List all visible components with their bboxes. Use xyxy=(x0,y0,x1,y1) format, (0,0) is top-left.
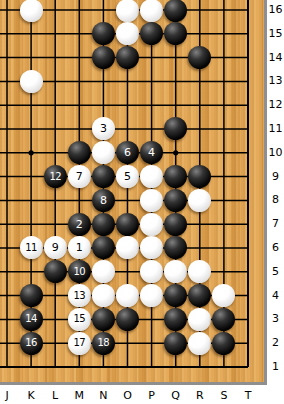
row-coordinate-label-15: 15 xyxy=(267,26,284,42)
column-coordinate-label-O: O xyxy=(120,389,136,403)
board-point-K11[interactable] xyxy=(19,117,43,141)
board-point-N11[interactable]: 3 xyxy=(91,117,115,141)
white-stone-O6[interactable] xyxy=(116,236,139,259)
black-stone-N2[interactable]: 18 xyxy=(92,332,115,355)
white-stone-R2[interactable] xyxy=(188,332,211,355)
board-point-M12[interactable] xyxy=(67,93,91,117)
black-stone-R14[interactable] xyxy=(188,46,211,69)
board-point-S9[interactable] xyxy=(212,165,236,189)
board-point-K2[interactable]: 16 xyxy=(19,331,43,355)
board-point-J10[interactable] xyxy=(0,141,19,165)
move-number-label: 15 xyxy=(74,314,86,324)
board-point-K10[interactable] xyxy=(19,141,43,165)
board-point-P15[interactable] xyxy=(140,22,164,46)
white-stone-P5[interactable] xyxy=(140,260,163,283)
board-point-N9[interactable] xyxy=(91,165,115,189)
black-stone-Q6[interactable] xyxy=(164,236,187,259)
board-point-O11[interactable] xyxy=(115,117,139,141)
board-point-S16[interactable] xyxy=(212,0,236,22)
black-stone-Q3[interactable] xyxy=(164,308,187,331)
board-point-J14[interactable] xyxy=(0,46,19,70)
board-point-J9[interactable] xyxy=(0,165,19,189)
black-stone-O14[interactable] xyxy=(116,46,139,69)
board-point-K1[interactable] xyxy=(19,355,43,379)
board-point-J15[interactable] xyxy=(0,22,19,46)
white-stone-R5[interactable] xyxy=(188,260,211,283)
board-point-P11[interactable] xyxy=(140,117,164,141)
board-point-J6[interactable] xyxy=(0,236,19,260)
board-point-O2[interactable] xyxy=(115,331,139,355)
board-point-N3[interactable] xyxy=(91,307,115,331)
board-point-O16[interactable] xyxy=(115,0,139,22)
board-point-S2[interactable] xyxy=(212,331,236,355)
black-stone-N15[interactable] xyxy=(92,22,115,45)
black-stone-S3[interactable] xyxy=(212,308,235,331)
board-point-N10[interactable] xyxy=(91,141,115,165)
row-coordinate-label-3: 3 xyxy=(267,311,284,327)
move-number-label: 13 xyxy=(74,291,86,301)
board-point-L1[interactable] xyxy=(43,355,67,379)
black-stone-S2[interactable] xyxy=(212,332,235,355)
board-point-K3[interactable]: 14 xyxy=(19,307,43,331)
white-stone-M4[interactable]: 13 xyxy=(68,284,91,307)
board-point-Q6[interactable] xyxy=(164,236,188,260)
board-point-Q4[interactable] xyxy=(164,284,188,308)
white-stone-P7[interactable] xyxy=(140,213,163,236)
board-point-O13[interactable] xyxy=(115,70,139,94)
board-point-R4[interactable] xyxy=(188,284,212,308)
white-stone-N11[interactable]: 3 xyxy=(92,117,115,140)
board-point-K6[interactable]: 11 xyxy=(19,236,43,260)
white-stone-M2[interactable]: 17 xyxy=(68,332,91,355)
black-stone-M10[interactable] xyxy=(68,141,91,164)
board-point-Q1[interactable] xyxy=(164,355,188,379)
board-point-O14[interactable] xyxy=(115,46,139,70)
board-point-T5[interactable] xyxy=(236,260,260,284)
go-diagram: 364127582119110131415161718 161514131211… xyxy=(0,0,284,404)
board-point-L5[interactable] xyxy=(43,260,67,284)
board-point-M14[interactable] xyxy=(67,46,91,70)
black-stone-K2[interactable]: 16 xyxy=(20,332,43,355)
column-coordinate-label-M: M xyxy=(71,389,87,403)
board-point-S5[interactable] xyxy=(212,260,236,284)
black-stone-Q15[interactable] xyxy=(164,22,187,45)
board-point-N1[interactable] xyxy=(91,355,115,379)
board-point-L8[interactable] xyxy=(43,188,67,212)
board-point-S6[interactable] xyxy=(212,236,236,260)
column-coordinate-label-P: P xyxy=(144,389,160,403)
board-point-N14[interactable] xyxy=(91,46,115,70)
move-number-label: 7 xyxy=(76,171,83,182)
board-point-J1[interactable] xyxy=(0,355,19,379)
board-point-R1[interactable] xyxy=(188,355,212,379)
white-stone-O16[interactable] xyxy=(116,0,139,22)
black-stone-R4[interactable] xyxy=(188,284,211,307)
board-point-N16[interactable] xyxy=(91,0,115,22)
black-stone-Q9[interactable] xyxy=(164,165,187,188)
board-point-J3[interactable] xyxy=(0,307,19,331)
board-point-Q14[interactable] xyxy=(164,46,188,70)
black-stone-O3[interactable] xyxy=(116,308,139,331)
board-point-L14[interactable] xyxy=(43,46,67,70)
move-number-label: 6 xyxy=(124,147,131,158)
white-stone-M9[interactable]: 7 xyxy=(68,165,91,188)
board-point-O15[interactable] xyxy=(115,22,139,46)
black-stone-M5[interactable]: 10 xyxy=(68,260,91,283)
board-point-P14[interactable] xyxy=(140,46,164,70)
black-stone-L9[interactable]: 12 xyxy=(44,165,67,188)
board-point-N15[interactable] xyxy=(91,22,115,46)
board-point-K14[interactable] xyxy=(19,46,43,70)
board-point-R8[interactable] xyxy=(188,188,212,212)
board-point-S15[interactable] xyxy=(212,22,236,46)
board-point-T15[interactable] xyxy=(236,22,260,46)
black-stone-K3[interactable]: 14 xyxy=(20,308,43,331)
board-point-T6[interactable] xyxy=(236,236,260,260)
move-number-label: 16 xyxy=(25,338,37,348)
board-point-O9[interactable]: 5 xyxy=(115,165,139,189)
board-point-S10[interactable] xyxy=(212,141,236,165)
board-point-L7[interactable] xyxy=(43,212,67,236)
board-point-T2[interactable] xyxy=(236,331,260,355)
board-point-R3[interactable] xyxy=(188,307,212,331)
white-stone-P16[interactable] xyxy=(140,0,163,22)
white-stone-Q5[interactable] xyxy=(164,260,187,283)
board-point-J11[interactable] xyxy=(0,117,19,141)
column-coordinate-label-L: L xyxy=(47,389,63,403)
board-point-Q7[interactable] xyxy=(164,212,188,236)
board-point-R13[interactable] xyxy=(188,70,212,94)
board-point-J13[interactable] xyxy=(0,70,19,94)
board-point-T13[interactable] xyxy=(236,70,260,94)
board-point-N5[interactable] xyxy=(91,260,115,284)
board-point-P9[interactable] xyxy=(140,165,164,189)
board-point-J16[interactable] xyxy=(0,0,19,22)
board-point-K7[interactable] xyxy=(19,212,43,236)
board-point-K9[interactable] xyxy=(19,165,43,189)
black-stone-O7[interactable] xyxy=(116,213,139,236)
board-point-J4[interactable] xyxy=(0,284,19,308)
board-point-R5[interactable] xyxy=(188,260,212,284)
column-coordinates: JKLMNOPQRST xyxy=(0,385,267,404)
board-point-S12[interactable] xyxy=(212,93,236,117)
board-point-K4[interactable] xyxy=(19,284,43,308)
board-point-K15[interactable] xyxy=(19,22,43,46)
black-stone-N7[interactable] xyxy=(92,213,115,236)
board-point-R14[interactable] xyxy=(188,46,212,70)
board-point-O10[interactable]: 6 xyxy=(115,141,139,165)
white-stone-L6[interactable]: 9 xyxy=(44,236,67,259)
black-stone-Q2[interactable] xyxy=(164,332,187,355)
board-point-J8[interactable] xyxy=(0,188,19,212)
board-point-O4[interactable] xyxy=(115,284,139,308)
black-stone-Q16[interactable] xyxy=(164,0,187,22)
board-point-P4[interactable] xyxy=(140,284,164,308)
board-point-S14[interactable] xyxy=(212,46,236,70)
white-stone-R3[interactable] xyxy=(188,308,211,331)
column-coordinate-label-K: K xyxy=(23,389,39,403)
white-stone-P6[interactable] xyxy=(140,236,163,259)
row-coordinates: 16151413121110987654321 xyxy=(267,0,284,404)
column-coordinate-label-T: T xyxy=(240,389,256,403)
row-coordinate-label-14: 14 xyxy=(267,50,284,66)
move-number-label: 17 xyxy=(74,338,86,348)
black-stone-P10[interactable]: 4 xyxy=(140,141,163,164)
move-number-label: 4 xyxy=(148,147,155,158)
black-stone-N3[interactable] xyxy=(92,308,115,331)
move-number-label: 9 xyxy=(52,242,59,253)
black-stone-P15[interactable] xyxy=(140,22,163,45)
board-point-O5[interactable] xyxy=(115,260,139,284)
board-point-T7[interactable] xyxy=(236,212,260,236)
black-stone-L5[interactable] xyxy=(44,260,67,283)
row-coordinate-label-1: 1 xyxy=(267,359,284,375)
board-point-T16[interactable] xyxy=(236,0,260,22)
board-point-M3[interactable]: 15 xyxy=(67,307,91,331)
board-point-T8[interactable] xyxy=(236,188,260,212)
white-stone-P9[interactable] xyxy=(140,165,163,188)
board-point-O3[interactable] xyxy=(115,307,139,331)
board-point-Q13[interactable] xyxy=(164,70,188,94)
black-stone-Q8[interactable] xyxy=(164,189,187,212)
row-coordinate-label-2: 2 xyxy=(267,335,284,351)
board-point-L10[interactable] xyxy=(43,141,67,165)
board-point-N8[interactable]: 8 xyxy=(91,188,115,212)
board-point-P16[interactable] xyxy=(140,0,164,22)
board-point-K5[interactable] xyxy=(19,260,43,284)
board-point-N7[interactable] xyxy=(91,212,115,236)
board-point-P7[interactable] xyxy=(140,212,164,236)
board-point-Q10[interactable] xyxy=(164,141,188,165)
board-point-M7[interactable]: 2 xyxy=(67,212,91,236)
row-coordinate-label-13: 13 xyxy=(267,73,284,89)
board-point-M9[interactable]: 7 xyxy=(67,165,91,189)
board-point-P2[interactable] xyxy=(140,331,164,355)
board-point-K16[interactable] xyxy=(19,0,43,22)
black-stone-N9[interactable] xyxy=(92,165,115,188)
white-stone-M3[interactable]: 15 xyxy=(68,308,91,331)
board-point-S1[interactable] xyxy=(212,355,236,379)
move-number-label: 10 xyxy=(74,267,86,277)
black-stone-K4[interactable] xyxy=(20,284,43,307)
black-stone-Q4[interactable] xyxy=(164,284,187,307)
board-point-J5[interactable] xyxy=(0,260,19,284)
board-point-T4[interactable] xyxy=(236,284,260,308)
move-number-label: 11 xyxy=(25,243,37,253)
board-point-T11[interactable] xyxy=(236,117,260,141)
board-point-N6[interactable] xyxy=(91,236,115,260)
white-stone-N4[interactable] xyxy=(92,284,115,307)
board-point-M5[interactable]: 10 xyxy=(67,260,91,284)
board-point-S11[interactable] xyxy=(212,117,236,141)
move-number-label: 3 xyxy=(100,123,107,134)
white-stone-K6[interactable]: 11 xyxy=(20,236,43,259)
board-point-S13[interactable] xyxy=(212,70,236,94)
board-point-P3[interactable] xyxy=(140,307,164,331)
board-point-R12[interactable] xyxy=(188,93,212,117)
black-stone-Q7[interactable] xyxy=(164,213,187,236)
board-point-N4[interactable] xyxy=(91,284,115,308)
board-point-N2[interactable]: 18 xyxy=(91,331,115,355)
black-stone-R9[interactable] xyxy=(188,165,211,188)
white-stone-M6[interactable]: 1 xyxy=(68,236,91,259)
board-point-T9[interactable] xyxy=(236,165,260,189)
column-coordinate-label-N: N xyxy=(95,389,111,403)
board-point-J12[interactable] xyxy=(0,93,19,117)
board-point-M16[interactable] xyxy=(67,0,91,22)
board-point-L11[interactable] xyxy=(43,117,67,141)
board-point-K8[interactable] xyxy=(19,188,43,212)
board-point-Q2[interactable] xyxy=(164,331,188,355)
board-point-K13[interactable] xyxy=(19,70,43,94)
row-coordinate-label-9: 9 xyxy=(267,169,284,185)
board-point-L16[interactable] xyxy=(43,0,67,22)
board-point-R15[interactable] xyxy=(188,22,212,46)
move-number-label: 5 xyxy=(124,171,131,182)
board-point-Q15[interactable] xyxy=(164,22,188,46)
column-coordinate-label-Q: Q xyxy=(168,389,184,403)
board-point-Q16[interactable] xyxy=(164,0,188,22)
black-stone-N8[interactable]: 8 xyxy=(92,189,115,212)
board-point-O6[interactable] xyxy=(115,236,139,260)
board-point-K12[interactable] xyxy=(19,93,43,117)
column-coordinate-label-J: J xyxy=(0,389,15,403)
white-stone-R8[interactable] xyxy=(188,189,211,212)
column-coordinate-label-S: S xyxy=(216,389,232,403)
board-point-L15[interactable] xyxy=(43,22,67,46)
white-stone-P8[interactable] xyxy=(140,189,163,212)
board-point-Q8[interactable] xyxy=(164,188,188,212)
board-point-M15[interactable] xyxy=(67,22,91,46)
row-coordinate-label-16: 16 xyxy=(267,2,284,18)
move-number-label: 18 xyxy=(98,338,110,348)
board-point-R16[interactable] xyxy=(188,0,212,22)
white-stone-O15[interactable] xyxy=(116,22,139,45)
board-point-M8[interactable] xyxy=(67,188,91,212)
row-coordinate-label-6: 6 xyxy=(267,240,284,256)
board-point-Q11[interactable] xyxy=(164,117,188,141)
white-stone-N5[interactable] xyxy=(92,260,115,283)
board-point-S7[interactable] xyxy=(212,212,236,236)
row-coordinate-label-4: 4 xyxy=(267,288,284,304)
board-point-P10[interactable]: 4 xyxy=(140,141,164,165)
board-point-N13[interactable] xyxy=(91,70,115,94)
board-point-R6[interactable] xyxy=(188,236,212,260)
board-point-T10[interactable] xyxy=(236,141,260,165)
row-coordinate-label-5: 5 xyxy=(267,264,284,280)
board-point-L6[interactable]: 9 xyxy=(43,236,67,260)
board-point-P6[interactable] xyxy=(140,236,164,260)
board-point-O12[interactable] xyxy=(115,93,139,117)
board-point-M1[interactable] xyxy=(67,355,91,379)
board-point-M13[interactable] xyxy=(67,70,91,94)
board-point-T3[interactable] xyxy=(236,307,260,331)
board-point-P13[interactable] xyxy=(140,70,164,94)
board-point-N12[interactable] xyxy=(91,93,115,117)
board-point-J7[interactable] xyxy=(0,212,19,236)
black-stone-O10[interactable]: 6 xyxy=(116,141,139,164)
board-point-T14[interactable] xyxy=(236,46,260,70)
board-point-R11[interactable] xyxy=(188,117,212,141)
white-stone-K13[interactable] xyxy=(20,70,43,93)
board-point-Q5[interactable] xyxy=(164,260,188,284)
board-point-Q12[interactable] xyxy=(164,93,188,117)
black-stone-N6[interactable] xyxy=(92,236,115,259)
board-point-O8[interactable] xyxy=(115,188,139,212)
board-point-S8[interactable] xyxy=(212,188,236,212)
board-point-P5[interactable] xyxy=(140,260,164,284)
board-point-M2[interactable]: 17 xyxy=(67,331,91,355)
move-number-label: 1 xyxy=(76,242,83,253)
board-point-P12[interactable] xyxy=(140,93,164,117)
board-point-L2[interactable] xyxy=(43,331,67,355)
row-coordinate-label-10: 10 xyxy=(267,145,284,161)
move-number-label: 2 xyxy=(76,219,83,230)
board-point-Q9[interactable] xyxy=(164,165,188,189)
white-stone-K16[interactable] xyxy=(20,0,43,22)
board-point-R10[interactable] xyxy=(188,141,212,165)
board-point-T1[interactable] xyxy=(236,355,260,379)
board-point-P8[interactable] xyxy=(140,188,164,212)
board-point-M11[interactable] xyxy=(67,117,91,141)
white-stone-O9[interactable]: 5 xyxy=(116,165,139,188)
board-point-M6[interactable]: 1 xyxy=(67,236,91,260)
board-point-L9[interactable]: 12 xyxy=(43,165,67,189)
board-point-S4[interactable] xyxy=(212,284,236,308)
board-point-L4[interactable] xyxy=(43,284,67,308)
board-point-L13[interactable] xyxy=(43,70,67,94)
board-point-Q3[interactable] xyxy=(164,307,188,331)
board-point-T12[interactable] xyxy=(236,93,260,117)
board-point-M4[interactable]: 13 xyxy=(67,284,91,308)
board-point-J2[interactable] xyxy=(0,331,19,355)
go-board: 364127582119110131415161718 xyxy=(0,0,267,385)
black-stone-N14[interactable] xyxy=(92,46,115,69)
black-stone-M7[interactable]: 2 xyxy=(68,213,91,236)
board-point-O7[interactable] xyxy=(115,212,139,236)
board-point-S3[interactable] xyxy=(212,307,236,331)
row-coordinate-label-7: 7 xyxy=(267,216,284,232)
board-point-P1[interactable] xyxy=(140,355,164,379)
black-stone-Q11[interactable] xyxy=(164,117,187,140)
board-grid: 364127582119110131415161718 xyxy=(0,0,260,379)
board-point-L12[interactable] xyxy=(43,93,67,117)
board-point-R9[interactable] xyxy=(188,165,212,189)
board-point-R7[interactable] xyxy=(188,212,212,236)
move-number-label: 8 xyxy=(100,195,107,206)
row-coordinate-label-11: 11 xyxy=(267,121,284,137)
board-point-L3[interactable] xyxy=(43,307,67,331)
row-coordinate-label-12: 12 xyxy=(267,97,284,113)
row-coordinate-label-8: 8 xyxy=(267,192,284,208)
white-stone-P4[interactable] xyxy=(140,284,163,307)
column-coordinate-label-R: R xyxy=(192,389,208,403)
board-point-R2[interactable] xyxy=(188,331,212,355)
white-stone-S4[interactable] xyxy=(212,284,235,307)
move-number-label: 12 xyxy=(49,172,61,182)
white-stone-O4[interactable] xyxy=(116,284,139,307)
board-point-M10[interactable] xyxy=(67,141,91,165)
board-point-O1[interactable] xyxy=(115,355,139,379)
move-number-label: 14 xyxy=(25,314,37,324)
white-stone-N10[interactable] xyxy=(92,141,115,164)
